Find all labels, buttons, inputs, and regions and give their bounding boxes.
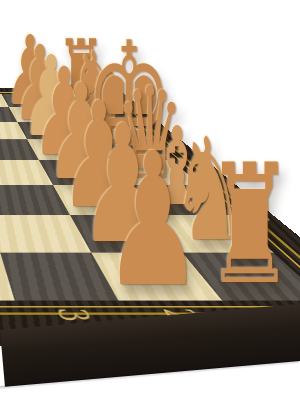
piece-white-pawn-a2[interactable]: ♟ (104, 128, 203, 312)
product-photo-stage: 876543218 ♜♞♝♚♛♝♞♜♟♟♟♟♟♟♟♟ (0, 0, 300, 400)
piece-white-rook-a1[interactable]: ♜ (206, 143, 295, 308)
